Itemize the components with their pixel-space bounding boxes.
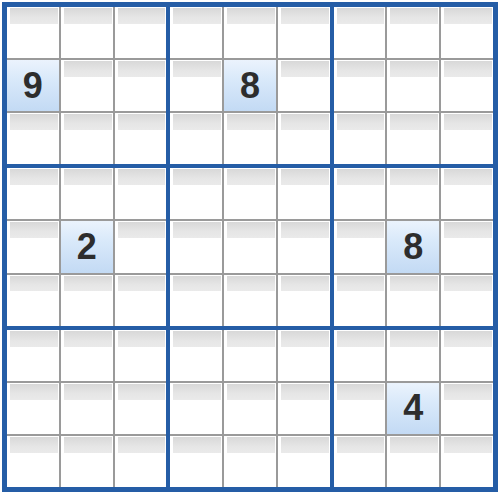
cell-r9c5[interactable] [224, 436, 276, 487]
cell-r4c5[interactable] [224, 168, 276, 219]
cell-r6c3[interactable] [115, 275, 167, 326]
cell-r6c9[interactable] [441, 275, 493, 326]
cell-r2c1[interactable]: 9 [7, 60, 59, 111]
cell-r4c4[interactable] [170, 168, 222, 219]
cell-r2c9[interactable] [441, 60, 493, 111]
cell-r9c6[interactable] [278, 436, 330, 487]
cell-r3c7[interactable] [334, 113, 386, 164]
cell-r5c8[interactable]: 8 [387, 221, 439, 272]
cell-r6c1[interactable] [7, 275, 59, 326]
cell-r1c5[interactable] [224, 7, 276, 58]
cell-r3c5[interactable] [224, 113, 276, 164]
cell-r4c7[interactable] [334, 168, 386, 219]
cell-r8c6[interactable] [278, 383, 330, 434]
box-1: 9 [7, 7, 166, 164]
cell-r6c4[interactable] [170, 275, 222, 326]
cell-r9c2[interactable] [61, 436, 113, 487]
cell-r3c9[interactable] [441, 113, 493, 164]
cell-r4c8[interactable] [387, 168, 439, 219]
sudoku-board: 98284 [2, 2, 498, 492]
cell-r5c1[interactable] [7, 221, 59, 272]
cell-r1c9[interactable] [441, 7, 493, 58]
box-4: 2 [7, 168, 166, 325]
cell-r9c9[interactable] [441, 436, 493, 487]
box-8 [170, 330, 329, 487]
cell-r3c1[interactable] [7, 113, 59, 164]
cell-r1c1[interactable] [7, 7, 59, 58]
cell-r8c8[interactable]: 4 [387, 383, 439, 434]
cell-r5c5[interactable] [224, 221, 276, 272]
cell-r3c4[interactable] [170, 113, 222, 164]
box-9: 4 [334, 330, 493, 487]
box-6: 8 [334, 168, 493, 325]
cell-r2c6[interactable] [278, 60, 330, 111]
cell-r7c1[interactable] [7, 330, 59, 381]
cell-r8c2[interactable] [61, 383, 113, 434]
cell-r7c8[interactable] [387, 330, 439, 381]
cell-r4c9[interactable] [441, 168, 493, 219]
cell-r9c4[interactable] [170, 436, 222, 487]
cell-r7c2[interactable] [61, 330, 113, 381]
cell-r9c7[interactable] [334, 436, 386, 487]
cell-r1c6[interactable] [278, 7, 330, 58]
cell-r3c8[interactable] [387, 113, 439, 164]
box-2: 8 [170, 7, 329, 164]
cell-r3c2[interactable] [61, 113, 113, 164]
cell-r1c7[interactable] [334, 7, 386, 58]
cell-r2c3[interactable] [115, 60, 167, 111]
cell-r7c6[interactable] [278, 330, 330, 381]
cell-r7c5[interactable] [224, 330, 276, 381]
cell-r3c6[interactable] [278, 113, 330, 164]
cell-r9c1[interactable] [7, 436, 59, 487]
cell-r5c6[interactable] [278, 221, 330, 272]
sudoku-page: 98284 [0, 0, 500, 494]
cell-r1c4[interactable] [170, 7, 222, 58]
cell-r7c3[interactable] [115, 330, 167, 381]
cell-r8c3[interactable] [115, 383, 167, 434]
cell-r6c6[interactable] [278, 275, 330, 326]
cell-r6c7[interactable] [334, 275, 386, 326]
cell-r1c3[interactable] [115, 7, 167, 58]
cell-r2c2[interactable] [61, 60, 113, 111]
cell-r8c5[interactable] [224, 383, 276, 434]
cell-r7c7[interactable] [334, 330, 386, 381]
cell-r2c4[interactable] [170, 60, 222, 111]
cell-r3c3[interactable] [115, 113, 167, 164]
cell-r5c2[interactable]: 2 [61, 221, 113, 272]
cell-r2c5[interactable]: 8 [224, 60, 276, 111]
cell-r2c7[interactable] [334, 60, 386, 111]
cell-r8c9[interactable] [441, 383, 493, 434]
cell-r9c8[interactable] [387, 436, 439, 487]
cell-r4c1[interactable] [7, 168, 59, 219]
box-7 [7, 330, 166, 487]
cell-r6c8[interactable] [387, 275, 439, 326]
cell-r4c6[interactable] [278, 168, 330, 219]
cell-r8c4[interactable] [170, 383, 222, 434]
cell-r5c3[interactable] [115, 221, 167, 272]
cell-r8c1[interactable] [7, 383, 59, 434]
cell-r4c3[interactable] [115, 168, 167, 219]
cell-r5c9[interactable] [441, 221, 493, 272]
cell-r5c7[interactable] [334, 221, 386, 272]
cell-r4c2[interactable] [61, 168, 113, 219]
cell-r1c2[interactable] [61, 7, 113, 58]
cell-r7c4[interactable] [170, 330, 222, 381]
cell-r1c8[interactable] [387, 7, 439, 58]
box-3 [334, 7, 493, 164]
cell-r7c9[interactable] [441, 330, 493, 381]
cell-r2c8[interactable] [387, 60, 439, 111]
cell-r6c5[interactable] [224, 275, 276, 326]
box-5 [170, 168, 329, 325]
cell-r9c3[interactable] [115, 436, 167, 487]
cell-r5c4[interactable] [170, 221, 222, 272]
cell-r6c2[interactable] [61, 275, 113, 326]
cell-r8c7[interactable] [334, 383, 386, 434]
